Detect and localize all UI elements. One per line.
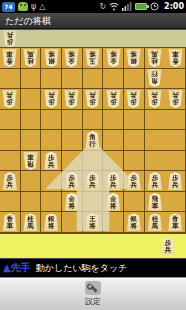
board-cell[interactable]: [165, 192, 186, 213]
shogi-piece[interactable]: 角行: [85, 131, 100, 149]
piece-kanji: 馬: [27, 50, 34, 57]
board-cell[interactable]: [103, 130, 124, 151]
piece-kanji: 将: [48, 50, 55, 57]
shogi-piece[interactable]: 金将: [106, 49, 121, 67]
piece-kanji: 兵: [69, 182, 76, 189]
android-usb-icon: [18, 2, 28, 11]
board-cell[interactable]: [41, 192, 62, 213]
shogi-piece[interactable]: 香車: [168, 49, 183, 67]
board-cell[interactable]: [103, 212, 124, 233]
piece-kanji: 歩: [7, 38, 14, 45]
board-cell[interactable]: 歩兵: [145, 89, 166, 110]
piece-kanji: 馬: [27, 223, 34, 230]
piece-kanji: 兵: [152, 91, 159, 98]
board-cell[interactable]: [41, 130, 62, 151]
piece-kanji: 兵: [7, 182, 14, 189]
status-bar: 74 ψ △ ↻ 2:00: [0, 0, 186, 13]
app-window: 74 ψ △ ↻ 2:00: [0, 0, 186, 310]
piece-kanji: 車: [7, 50, 14, 57]
sync-icon: ↻: [99, 2, 106, 12]
piece-kanji: 兵: [48, 91, 55, 98]
board-cell[interactable]: 桂馬: [21, 212, 42, 233]
board-cell[interactable]: 歩兵: [124, 89, 145, 110]
board-cell[interactable]: 歩兵: [62, 89, 83, 110]
board-cell[interactable]: [145, 130, 166, 151]
board-cell[interactable]: [21, 89, 42, 110]
board-cell[interactable]: [165, 69, 186, 90]
board-cell[interactable]: [21, 192, 42, 213]
app-title: ただの将棋: [5, 16, 51, 26]
board-cell[interactable]: [124, 69, 145, 90]
board-cell[interactable]: 王将: [83, 212, 104, 233]
piece-kanji: 兵: [7, 91, 14, 98]
shogi-piece[interactable]: 歩兵: [44, 152, 59, 170]
board-cell[interactable]: [41, 69, 62, 90]
board-cell[interactable]: [0, 110, 21, 131]
piece-kanji: 行: [89, 141, 96, 148]
shogi-piece[interactable]: 香車: [2, 213, 17, 231]
board-cell[interactable]: [83, 69, 104, 90]
wrench-icon: [85, 281, 101, 295]
board-cell[interactable]: 桂馬: [145, 48, 166, 69]
piece-kanji: 将: [110, 50, 117, 57]
shogi-piece[interactable]: 銀将: [44, 213, 59, 231]
board-cell[interactable]: 香車: [0, 48, 21, 69]
board-cell[interactable]: [0, 69, 21, 90]
board-cell[interactable]: [145, 151, 166, 172]
board-cell[interactable]: [165, 110, 186, 131]
board-cell[interactable]: 香車: [165, 212, 186, 233]
piece-kanji: 兵: [69, 91, 76, 98]
piece-kanji: 将: [110, 203, 117, 210]
board-cell[interactable]: [103, 110, 124, 131]
shogi-piece[interactable]: 桂馬: [23, 49, 38, 67]
board-cell[interactable]: [83, 151, 104, 172]
board-cell[interactable]: [62, 110, 83, 131]
shogi-piece[interactable]: 歩兵: [44, 90, 59, 108]
piece-kanji: 将: [48, 223, 55, 230]
shogi-piece[interactable]: 銀将: [44, 49, 59, 67]
board-cell[interactable]: 歩兵: [62, 171, 83, 192]
piece-kanji: 兵: [131, 91, 138, 98]
status-icons-right: ↻ 2:00: [99, 2, 184, 12]
shogi-piece[interactable]: 飛車: [147, 193, 162, 211]
shogi-piece[interactable]: 歩兵: [126, 90, 141, 108]
piece-kanji: 兵: [89, 91, 96, 98]
shogi-piece[interactable]: 歩兵: [147, 90, 162, 108]
piece-kanji: 兵: [165, 247, 172, 254]
sente-hand-tray[interactable]: 歩兵: [0, 233, 186, 259]
board-cell[interactable]: 歩兵: [103, 89, 124, 110]
board-cell[interactable]: [62, 212, 83, 233]
shogi-piece[interactable]: 角行: [147, 69, 162, 87]
board-cell[interactable]: 歩兵: [165, 171, 186, 192]
board-cell[interactable]: 角行: [145, 69, 166, 90]
board-cell[interactable]: [165, 151, 186, 172]
battery-icon: [135, 3, 147, 10]
message-bar: ▲先手 動かしたい駒をタッチ: [0, 259, 186, 277]
shogi-piece[interactable]: 歩兵: [147, 172, 162, 190]
board-cell[interactable]: [62, 151, 83, 172]
board-cell[interactable]: 金将: [62, 48, 83, 69]
board-cell[interactable]: 銀将: [41, 48, 62, 69]
shogi-piece[interactable]: 金将: [64, 49, 79, 67]
board-cell[interactable]: 歩兵: [83, 171, 104, 192]
piece-kanji: 兵: [172, 182, 179, 189]
piece-kanji: 将: [131, 50, 138, 57]
board-cell[interactable]: [21, 69, 42, 90]
board-cell[interactable]: 歩兵: [165, 89, 186, 110]
piece-kanji: 兵: [7, 31, 14, 38]
shogi-piece[interactable]: 銀将: [126, 213, 141, 231]
board-cell[interactable]: 歩兵: [0, 171, 21, 192]
board-cell[interactable]: [21, 110, 42, 131]
board-cell[interactable]: 銀将: [124, 48, 145, 69]
board-cell[interactable]: 歩兵: [124, 171, 145, 192]
piece-kanji: 車: [27, 153, 34, 160]
board-cell[interactable]: [165, 130, 186, 151]
shogi-piece[interactable]: 香車: [2, 49, 17, 67]
board-cell[interactable]: [124, 110, 145, 131]
piece-kanji: 将: [131, 223, 138, 230]
shogi-piece[interactable]: 歩兵: [106, 90, 121, 108]
board-cell[interactable]: 歩兵: [83, 89, 104, 110]
settings-menu-item[interactable]: 設定: [85, 281, 101, 307]
shogi-piece[interactable]: 桂馬: [23, 213, 38, 231]
shogi-piece[interactable]: 銀将: [126, 49, 141, 67]
piece-kanji: 兵: [110, 182, 117, 189]
board-cell[interactable]: [0, 192, 21, 213]
shogi-piece[interactable]: 歩兵: [64, 90, 79, 108]
options-menu-panel: 設定: [0, 277, 186, 310]
board-cell[interactable]: 玉将: [83, 48, 104, 69]
board-cell[interactable]: [21, 171, 42, 192]
board-cell[interactable]: 香車: [0, 212, 21, 233]
shogi-piece[interactable]: 金将: [106, 193, 121, 211]
piece-kanji: 将: [69, 50, 76, 57]
gote-hand-tray[interactable]: 歩兵: [0, 29, 186, 48]
board-cell[interactable]: [124, 192, 145, 213]
shogi-piece[interactable]: 歩兵: [85, 172, 100, 190]
board-cell[interactable]: 桂馬: [145, 212, 166, 233]
board-cell[interactable]: 角行: [83, 130, 104, 151]
board-cell[interactable]: [124, 130, 145, 151]
status-icons-left: 74 ψ △: [2, 2, 96, 12]
shogi-piece[interactable]: 歩兵: [161, 238, 175, 255]
shogi-piece[interactable]: 歩兵: [168, 172, 183, 190]
piece-kanji: 車: [172, 50, 179, 57]
shogi-board[interactable]: 香車桂馬銀将金将玉将金将銀将桂馬香車角行歩兵歩兵歩兵歩兵歩兵歩兵歩兵歩兵角行飛車…: [0, 48, 186, 233]
board-cell[interactable]: [62, 69, 83, 90]
shogi-piece[interactable]: 王将: [85, 213, 100, 231]
wifi-icon: [109, 2, 119, 11]
piece-kanji: 兵: [110, 91, 117, 98]
piece-kanji: 角: [152, 77, 159, 84]
board-cell[interactable]: [103, 69, 124, 90]
piece-kanji: 兵: [172, 91, 179, 98]
instruction-text: 動かしたい駒をタッチ: [36, 262, 128, 275]
board-cell[interactable]: 香車: [165, 48, 186, 69]
board-cell[interactable]: 飛車: [145, 192, 166, 213]
shogi-piece[interactable]: 飛車: [23, 152, 38, 170]
shogi-piece[interactable]: 香車: [168, 213, 183, 231]
board-cell[interactable]: 桂馬: [21, 48, 42, 69]
piece-kanji: 馬: [152, 223, 159, 230]
shogi-piece[interactable]: 歩兵: [106, 172, 121, 190]
board-cell[interactable]: 歩兵: [103, 171, 124, 192]
input-badge-icon: 74: [2, 2, 15, 12]
shogi-piece[interactable]: 玉将: [85, 49, 100, 67]
board-cell[interactable]: 金将: [103, 48, 124, 69]
piece-kanji: 兵: [89, 182, 96, 189]
title-bar: ただの将棋: [0, 13, 186, 29]
board-cell[interactable]: [83, 192, 104, 213]
board-cell[interactable]: [0, 151, 21, 172]
piece-kanji: 兵: [152, 182, 159, 189]
shogi-piece[interactable]: 金将: [64, 193, 79, 211]
usb-debug-triangle-icon: △: [39, 2, 45, 12]
shogi-piece[interactable]: 歩兵: [85, 90, 100, 108]
piece-kanji: 兵: [131, 182, 138, 189]
board-cell[interactable]: 金将: [103, 192, 124, 213]
piece-kanji: 行: [152, 70, 159, 77]
board-cell[interactable]: [124, 151, 145, 172]
board-cell[interactable]: 歩兵: [145, 171, 166, 192]
turn-indicator: ▲先手: [3, 261, 31, 275]
piece-kanji: 車: [172, 223, 179, 230]
board-cell[interactable]: 銀将: [124, 212, 145, 233]
shogi-piece[interactable]: 歩兵: [168, 90, 183, 108]
piece-kanji: 将: [89, 50, 96, 57]
board-cell[interactable]: 飛車: [21, 151, 42, 172]
settings-label: 設定: [85, 296, 101, 307]
board-cell[interactable]: [21, 130, 42, 151]
board-cell[interactable]: 銀将: [41, 212, 62, 233]
piece-kanji: 将: [69, 203, 76, 210]
board-cell[interactable]: [41, 171, 62, 192]
board-cell[interactable]: [83, 110, 104, 131]
piece-kanji: 車: [152, 203, 159, 210]
shogi-piece[interactable]: 歩兵: [64, 172, 79, 190]
board-cell[interactable]: 歩兵: [0, 89, 21, 110]
usb-icon: ψ: [31, 2, 36, 12]
board-cell[interactable]: 金将: [62, 192, 83, 213]
alarm-clock-icon: [150, 2, 159, 11]
shogi-piece[interactable]: 桂馬: [147, 213, 162, 231]
piece-kanji: 車: [7, 223, 14, 230]
piece-kanji: 兵: [48, 162, 55, 169]
board-cell[interactable]: 歩兵: [41, 89, 62, 110]
piece-kanji: 馬: [152, 50, 159, 57]
board-cell[interactable]: [62, 130, 83, 151]
shogi-piece[interactable]: 歩兵: [2, 172, 17, 190]
board-cell[interactable]: [145, 110, 166, 131]
shogi-piece[interactable]: 歩兵: [126, 172, 141, 190]
board-cell[interactable]: [0, 130, 21, 151]
signal-bars-icon: [122, 2, 132, 11]
board-cell[interactable]: [103, 151, 124, 172]
board-cell[interactable]: 歩兵: [41, 151, 62, 172]
shogi-piece[interactable]: 桂馬: [147, 49, 162, 67]
clock-time: 2:00: [162, 2, 184, 11]
piece-kanji: 将: [89, 223, 96, 230]
board-cell[interactable]: [41, 110, 62, 131]
shogi-piece[interactable]: 歩兵: [2, 90, 17, 108]
shogi-piece[interactable]: 歩兵: [3, 30, 17, 47]
